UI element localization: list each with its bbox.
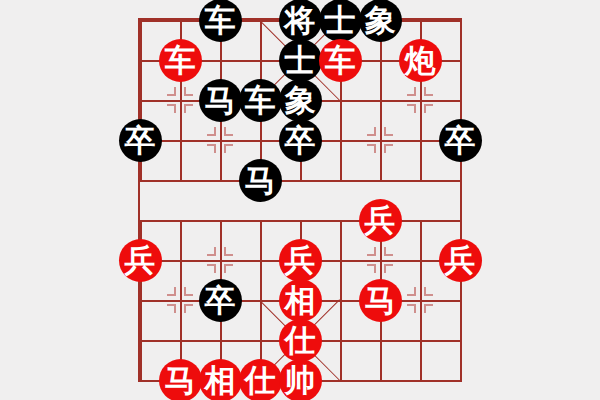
point-mark-corner bbox=[367, 144, 376, 153]
point-mark-corner bbox=[407, 104, 416, 113]
board-cell bbox=[140, 180, 180, 220]
piece-black-elephant[interactable]: 象 bbox=[279, 79, 322, 122]
point-mark-corner bbox=[224, 264, 233, 273]
piece-red-elephant[interactable]: 相 bbox=[279, 279, 322, 322]
piece-red-soldier[interactable]: 兵 bbox=[119, 239, 162, 282]
point-mark-corner bbox=[167, 287, 176, 296]
point-mark-corner bbox=[367, 127, 376, 136]
piece-red-horse[interactable]: 马 bbox=[359, 279, 402, 322]
piece-black-elephant[interactable]: 象 bbox=[359, 0, 402, 42]
piece-red-soldier[interactable]: 兵 bbox=[279, 239, 322, 282]
point-mark-corner bbox=[184, 87, 193, 96]
point-mark-corner bbox=[384, 247, 393, 256]
point-mark-corner bbox=[384, 264, 393, 273]
piece-black-advisor[interactable]: 士 bbox=[319, 0, 362, 42]
board-cell bbox=[180, 180, 220, 220]
piece-black-chariot[interactable]: 车 bbox=[199, 0, 242, 42]
piece-black-advisor[interactable]: 士 bbox=[279, 39, 322, 82]
piece-red-soldier[interactable]: 兵 bbox=[359, 199, 402, 242]
piece-red-horse[interactable]: 马 bbox=[159, 359, 202, 400]
piece-black-soldier[interactable]: 卒 bbox=[119, 119, 162, 162]
point-mark-corner bbox=[424, 104, 433, 113]
point-mark-corner bbox=[407, 87, 416, 96]
point-mark-corner bbox=[207, 264, 216, 273]
point-mark-corner bbox=[224, 247, 233, 256]
piece-red-advisor[interactable]: 仕 bbox=[279, 319, 322, 362]
point-mark-corner bbox=[367, 264, 376, 273]
piece-black-soldier[interactable]: 卒 bbox=[439, 119, 482, 162]
piece-black-soldier[interactable]: 卒 bbox=[279, 119, 322, 162]
piece-red-advisor[interactable]: 仕 bbox=[239, 359, 282, 400]
point-mark-corner bbox=[407, 304, 416, 313]
point-mark-corner bbox=[424, 87, 433, 96]
point-mark-corner bbox=[384, 127, 393, 136]
piece-black-general[interactable]: 将 bbox=[279, 0, 322, 42]
piece-black-horse[interactable]: 马 bbox=[199, 79, 242, 122]
board-cell bbox=[380, 340, 420, 380]
point-mark-corner bbox=[207, 127, 216, 136]
piece-black-horse[interactable]: 马 bbox=[239, 159, 282, 202]
piece-red-general[interactable]: 帅 bbox=[279, 359, 322, 400]
point-mark-corner bbox=[167, 87, 176, 96]
board-cell bbox=[420, 180, 460, 220]
point-mark-corner bbox=[367, 247, 376, 256]
point-mark-corner bbox=[224, 144, 233, 153]
piece-red-elephant[interactable]: 相 bbox=[199, 359, 242, 400]
piece-black-chariot[interactable]: 车 bbox=[239, 79, 282, 122]
point-mark-corner bbox=[207, 144, 216, 153]
xiangqi-diagram: 车将士象车士车炮马车象卒卒卒马兵兵兵兵卒相马仕马相仕帅 bbox=[0, 0, 600, 400]
piece-black-soldier[interactable]: 卒 bbox=[199, 279, 242, 322]
point-mark-corner bbox=[207, 247, 216, 256]
piece-red-chariot[interactable]: 车 bbox=[159, 39, 202, 82]
point-mark-corner bbox=[184, 304, 193, 313]
board-cell bbox=[300, 180, 340, 220]
point-mark-corner bbox=[224, 127, 233, 136]
point-mark-corner bbox=[167, 104, 176, 113]
board-cell bbox=[420, 340, 460, 380]
board-cell bbox=[340, 340, 380, 380]
point-mark-corner bbox=[184, 287, 193, 296]
piece-red-cannon[interactable]: 炮 bbox=[399, 39, 442, 82]
piece-red-chariot[interactable]: 车 bbox=[319, 39, 362, 82]
xiangqi-board[interactable]: 车将士象车士车炮马车象卒卒卒马兵兵兵兵卒相马仕马相仕帅 bbox=[138, 18, 462, 382]
point-mark-corner bbox=[167, 304, 176, 313]
point-mark-corner bbox=[384, 144, 393, 153]
piece-red-soldier[interactable]: 兵 bbox=[439, 239, 482, 282]
point-mark-corner bbox=[184, 104, 193, 113]
point-mark-corner bbox=[407, 287, 416, 296]
point-mark-corner bbox=[424, 287, 433, 296]
point-mark-corner bbox=[424, 304, 433, 313]
